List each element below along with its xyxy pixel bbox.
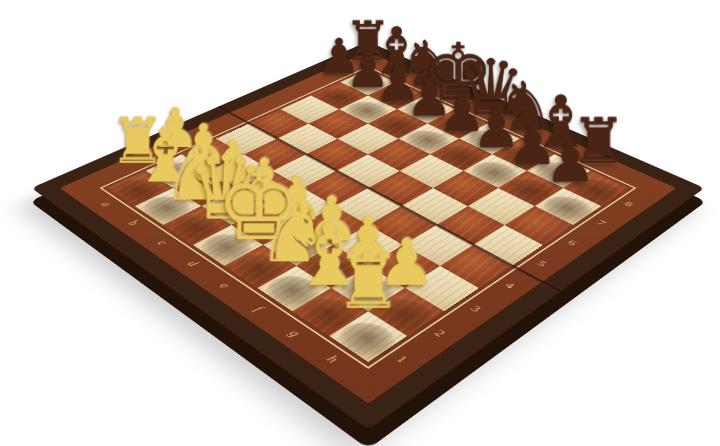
chess-board: ♜♝♞♚♛♞♝♜♟♟♟♟♟♟♟♟♟♟♟♟♟♟♟♟♜♝♞♛♚♞♝♜ abcdefg… (31, 42, 704, 430)
piece-black-pawn-h7: ♟ (545, 133, 596, 190)
playing-grid: ♜♝♞♚♛♞♝♜♟♟♟♟♟♟♟♟♟♟♟♟♟♟♟♟♜♝♞♛♚♞♝♜ (108, 69, 628, 362)
piece-white-rook-h1: ♜ (334, 245, 402, 320)
product-photo-scene: ♜♝♞♚♛♞♝♜♟♟♟♟♟♟♟♟♟♟♟♟♟♟♟♟♜♝♞♛♚♞♝♜ abcdefg… (0, 0, 720, 446)
square-g5 (436, 206, 504, 245)
